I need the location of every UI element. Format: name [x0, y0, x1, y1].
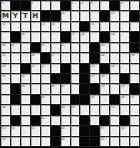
cell-r7c12[interactable]: 34: [110, 64, 119, 73]
cell-r7c14[interactable]: [130, 64, 139, 73]
cell-r8c13: [120, 74, 129, 83]
clue-number: 21: [11, 43, 14, 47]
cell-r9c10: [90, 84, 99, 93]
cell-r2c8[interactable]: [71, 11, 80, 20]
cell-r5c3[interactable]: [21, 43, 30, 52]
cell-r1c7: [61, 1, 70, 10]
cell-r1c3: [21, 1, 30, 10]
cell-r7c7: [61, 64, 70, 73]
cell-r12c3[interactable]: [21, 116, 30, 125]
cell-r2c11: [100, 11, 109, 20]
cell-r1c4[interactable]: 2: [31, 1, 40, 10]
cell-letter: H: [31, 13, 40, 21]
cell-r5c14: [130, 43, 139, 52]
cell-r9c2: [11, 84, 20, 93]
cell-r11c9[interactable]: [80, 105, 89, 114]
clue-number: 40: [51, 84, 54, 88]
cell-r1c11[interactable]: [100, 1, 109, 10]
clue-number: 4: [81, 1, 83, 5]
cell-r10c11[interactable]: [100, 95, 109, 104]
cell-r9c4[interactable]: [31, 84, 40, 93]
cell-r3c10[interactable]: 15: [90, 22, 99, 31]
clue-number: 58: [121, 126, 124, 130]
clue-number: 24: [101, 43, 104, 47]
cell-r10c5[interactable]: 44: [41, 95, 50, 104]
cell-r14c5[interactable]: [41, 137, 50, 146]
cell-r8c3[interactable]: 36: [21, 74, 30, 83]
cell-r12c13: [120, 116, 129, 125]
cell-r4c13[interactable]: [120, 32, 129, 41]
cell-r6c4[interactable]: 26: [31, 53, 40, 62]
cell-r4c2: [11, 32, 20, 41]
cell-r1c13[interactable]: 6: [120, 1, 129, 10]
clue-number: 22: [41, 43, 44, 47]
cell-r5c6[interactable]: [51, 43, 60, 52]
cell-r3c6[interactable]: 14: [51, 22, 60, 31]
clue-number: 19: [111, 32, 114, 36]
cell-r1c14[interactable]: [130, 1, 139, 10]
cell-r6c8[interactable]: [71, 53, 80, 62]
cell-r2c3[interactable]: 9T: [21, 11, 30, 20]
cell-r1c12: [110, 1, 119, 10]
cell-r5c1[interactable]: 20: [1, 43, 10, 52]
cell-r12c12[interactable]: [110, 116, 119, 125]
cell-r5c4: [31, 43, 40, 52]
clue-number: 44: [41, 95, 44, 99]
cell-r11c14[interactable]: [130, 105, 139, 114]
cell-r4c14: [130, 32, 139, 41]
cell-r11c1[interactable]: 48: [1, 105, 10, 114]
cell-r7c4[interactable]: 31: [31, 64, 40, 73]
cell-r5c10: [90, 43, 99, 52]
clue-number: 52: [41, 116, 44, 120]
cell-r3c4[interactable]: [31, 22, 40, 31]
cell-r8c9: [80, 74, 89, 83]
cell-r5c11[interactable]: 24: [100, 43, 109, 52]
clue-number: 28: [101, 53, 104, 57]
cell-r2c4[interactable]: H: [31, 11, 40, 20]
cell-r12c9: [80, 116, 89, 125]
cell-r7c2[interactable]: [11, 64, 20, 73]
clue-number: 46: [121, 95, 124, 99]
cell-r11c4[interactable]: [31, 105, 40, 114]
clue-number: 15: [91, 22, 94, 26]
cell-r12c6[interactable]: [51, 116, 60, 125]
cell-r14c11[interactable]: 61: [100, 137, 109, 146]
cell-r4c10[interactable]: [90, 32, 99, 41]
cell-r14c12[interactable]: [110, 137, 119, 146]
cell-r9c12[interactable]: [110, 84, 119, 93]
cell-r10c13[interactable]: 46: [120, 95, 129, 104]
cell-r10c8: [71, 95, 80, 104]
cell-r2c6: [51, 11, 60, 20]
clue-number: 1: [2, 1, 4, 5]
cell-r9c1[interactable]: [1, 84, 10, 93]
cell-r1c8[interactable]: 3: [71, 1, 80, 10]
cell-r2c5: [41, 11, 50, 20]
cell-r14c7[interactable]: 60: [61, 137, 70, 146]
cell-r10c4: [31, 95, 40, 104]
cell-r10c12: [110, 95, 119, 104]
cell-r4c12[interactable]: 19: [110, 32, 119, 41]
cell-r5c8[interactable]: [71, 43, 80, 52]
cell-r14c10: [90, 137, 99, 146]
cell-r4c5[interactable]: [41, 32, 50, 41]
clue-number: 20: [2, 43, 5, 47]
cell-r10c7[interactable]: [61, 95, 70, 104]
cell-r4c6[interactable]: [51, 32, 60, 41]
cell-r7c11: [100, 64, 109, 73]
cell-r6c6[interactable]: 27: [51, 53, 60, 62]
cell-r3c14[interactable]: [130, 22, 139, 31]
clue-number: 27: [51, 53, 54, 57]
cell-r14c8[interactable]: [71, 137, 80, 146]
cell-r8c10[interactable]: 37: [90, 74, 99, 83]
cell-r13c10: [90, 126, 99, 135]
cell-r2c2[interactable]: 8Y: [11, 11, 20, 20]
cell-r1c5[interactable]: [41, 1, 50, 10]
cell-r9c8[interactable]: [71, 84, 80, 93]
cell-r12c2: [11, 116, 20, 125]
cell-r6c1[interactable]: 25: [1, 53, 10, 62]
cell-r13c9: [80, 126, 89, 135]
cell-r2c7[interactable]: 10: [61, 11, 70, 20]
cell-r11c2[interactable]: [11, 105, 20, 114]
cell-r1c10[interactable]: 5: [90, 1, 99, 10]
cell-r11c5[interactable]: [41, 105, 50, 114]
cell-r7c10[interactable]: 33: [90, 64, 99, 73]
clue-number: 23: [61, 43, 64, 47]
cell-r4c4[interactable]: [31, 32, 40, 41]
cell-r13c5[interactable]: [41, 126, 50, 135]
cell-r13c11[interactable]: 57: [100, 126, 109, 135]
cell-r2c13[interactable]: [120, 11, 129, 20]
clue-number: 11: [111, 11, 114, 15]
clue-number: 5: [91, 1, 93, 5]
cell-r10c6[interactable]: [51, 95, 60, 104]
clue-number: 10: [61, 11, 64, 15]
clue-number: 61: [101, 137, 104, 141]
clue-number: 29: [131, 53, 134, 57]
cell-r12c10[interactable]: [90, 116, 99, 125]
clue-number: 53: [2, 126, 5, 130]
cell-r8c14[interactable]: [130, 74, 139, 83]
cell-r10c14[interactable]: 47: [130, 95, 139, 104]
cell-r9c7[interactable]: 41: [61, 84, 70, 93]
cell-r2c1[interactable]: 7M: [1, 11, 10, 20]
cell-r8c11[interactable]: 38: [100, 74, 109, 83]
cell-r10c3[interactable]: [21, 95, 30, 104]
cell-r6c2[interactable]: [11, 53, 20, 62]
cell-r3c7[interactable]: [61, 22, 70, 31]
cell-r10c2: [11, 95, 20, 104]
clue-number: 33: [91, 64, 94, 68]
cell-r4c3[interactable]: 16: [21, 32, 30, 41]
cell-r14c4[interactable]: [31, 137, 40, 146]
clue-number: 41: [61, 84, 64, 88]
cell-r5c7[interactable]: 23: [61, 43, 70, 52]
clue-number: 42: [101, 84, 104, 88]
cell-r7c1[interactable]: 30: [1, 64, 10, 73]
cell-r13c1[interactable]: 53: [1, 126, 10, 135]
cell-r3c3[interactable]: [21, 22, 30, 31]
clue-number: 35: [2, 74, 5, 78]
clue-number: 25: [2, 53, 5, 57]
cell-r6c12[interactable]: [110, 53, 119, 62]
clue-number: 26: [31, 53, 34, 57]
cell-r8c7: [61, 74, 70, 83]
cell-r3c2[interactable]: [11, 22, 20, 31]
clue-number: 32: [41, 64, 44, 68]
cell-r13c2[interactable]: 54: [11, 126, 20, 135]
cell-r3c1[interactable]: 12: [1, 22, 10, 31]
cell-r14c3[interactable]: [21, 137, 30, 146]
cell-r6c3[interactable]: [21, 53, 30, 62]
clue-number: 48: [2, 105, 5, 109]
cell-r3c9: [80, 22, 89, 31]
clue-number: 17: [71, 32, 74, 36]
cell-r7c9: [80, 64, 89, 73]
cell-r13c13[interactable]: 58: [120, 126, 129, 135]
cell-r8c2[interactable]: [11, 74, 20, 83]
clue-number: 36: [21, 74, 24, 78]
clue-number: 18: [81, 32, 84, 36]
cell-r3c8[interactable]: [71, 22, 80, 31]
cell-r5c12[interactable]: [110, 43, 119, 52]
clue-number: 47: [131, 95, 134, 99]
cell-r5c13[interactable]: [120, 43, 129, 52]
cell-r7c6[interactable]: [51, 64, 60, 73]
cell-r13c8[interactable]: [71, 126, 80, 135]
cell-r9c14: [130, 84, 139, 93]
cell-r9c6[interactable]: 40: [51, 84, 60, 93]
cell-r11c10[interactable]: [90, 105, 99, 114]
cell-r9c5[interactable]: [41, 84, 50, 93]
clue-number: 30: [2, 64, 5, 68]
cell-r14c13[interactable]: [120, 137, 129, 146]
cell-r8c1[interactable]: 35: [1, 74, 10, 83]
cell-r8c5[interactable]: [41, 74, 50, 83]
cell-r7c5[interactable]: 32: [41, 64, 50, 73]
cell-r12c14[interactable]: [130, 116, 139, 125]
cell-r12c8[interactable]: [71, 116, 80, 125]
cell-r13c3[interactable]: [21, 126, 30, 135]
cell-letter: M: [1, 13, 10, 21]
clue-number: 34: [111, 64, 114, 68]
cell-r12c1[interactable]: [1, 116, 10, 125]
cell-r14c1[interactable]: 59: [1, 137, 10, 146]
cell-r1c2: [11, 1, 20, 10]
clue-number: 13: [41, 22, 44, 26]
cell-r8c12[interactable]: [110, 74, 119, 83]
cell-r6c9[interactable]: [80, 53, 89, 62]
clue-number: 45: [91, 95, 94, 99]
cell-r11c3[interactable]: [21, 105, 30, 114]
cell-r12c4: [31, 116, 40, 125]
cell-letter: T: [21, 13, 30, 21]
cell-r1c1[interactable]: 1: [1, 1, 10, 10]
cell-r9c3[interactable]: 39: [21, 84, 30, 93]
cell-r7c13[interactable]: [120, 64, 129, 73]
cell-r6c13[interactable]: [120, 53, 129, 62]
clue-number: 14: [51, 22, 54, 26]
cell-r6c14[interactable]: 29: [130, 53, 139, 62]
cell-r9c9: [80, 84, 89, 93]
cell-r4c7: [61, 32, 70, 41]
clue-number: 54: [11, 126, 14, 130]
clue-number: 12: [2, 22, 5, 26]
cell-r5c2[interactable]: 21: [11, 43, 20, 52]
clue-number: 6: [121, 1, 123, 5]
clue-number: 39: [21, 84, 24, 88]
crossword-screen: 1234567M8Y9TH101112131415161718192021222…: [0, 0, 140, 148]
cell-r6c10: [90, 53, 99, 62]
cell-r14c14[interactable]: [130, 137, 139, 146]
cell-r6c11[interactable]: 28: [100, 53, 109, 62]
cell-r4c9[interactable]: 18: [80, 32, 89, 41]
cell-r11c7[interactable]: 49: [61, 105, 70, 114]
cell-r11c13[interactable]: [120, 105, 129, 114]
cell-r13c4[interactable]: 55: [31, 126, 40, 135]
clue-number: 55: [31, 126, 34, 130]
cell-r4c1[interactable]: [1, 32, 10, 41]
clue-number: 60: [61, 137, 64, 141]
cell-r10c10[interactable]: 45: [90, 95, 99, 104]
cell-r10c9: [80, 95, 89, 104]
cell-r13c6: [51, 126, 60, 135]
cell-r5c9[interactable]: [80, 43, 89, 52]
cell-r14c2[interactable]: [11, 137, 20, 146]
cell-r12c7[interactable]: [61, 116, 70, 125]
clue-number: 43: [121, 84, 124, 88]
cell-r3c11[interactable]: [100, 22, 109, 31]
clue-number: 37: [91, 74, 94, 78]
cell-r2c10[interactable]: [90, 11, 99, 20]
clue-number: 49: [61, 105, 64, 109]
cell-r5c5[interactable]: 22: [41, 43, 50, 52]
clue-number: 59: [2, 137, 5, 141]
cell-r11c11[interactable]: [100, 105, 109, 114]
cell-r12c11: [100, 116, 109, 125]
cell-r3c5[interactable]: 13: [41, 22, 50, 31]
cell-r4c11: [100, 32, 109, 41]
cell-r8c6: [51, 74, 60, 83]
clue-number: 50: [71, 105, 74, 109]
cell-r13c12[interactable]: [110, 126, 119, 135]
cell-r6c7[interactable]: [61, 53, 70, 62]
cell-r8c8[interactable]: [71, 74, 80, 83]
cell-r2c9[interactable]: [80, 11, 89, 20]
cell-r11c12[interactable]: 51: [110, 105, 119, 114]
clue-number: 16: [21, 32, 24, 36]
clue-number: 51: [111, 105, 114, 109]
cell-r14c9: [80, 137, 89, 146]
cell-r11c6: [51, 105, 60, 114]
cell-r1c6[interactable]: [51, 1, 60, 10]
cell-r14c6: [51, 137, 60, 146]
cell-r9c11[interactable]: 42: [100, 84, 109, 93]
clue-number: 56: [61, 126, 64, 130]
cell-r8c4[interactable]: [31, 74, 40, 83]
cell-r1c9[interactable]: 4: [80, 1, 89, 10]
cell-r11c8[interactable]: 50: [71, 105, 80, 114]
cell-r9c13[interactable]: 43: [120, 84, 129, 93]
cell-r7c3: [21, 64, 30, 73]
clue-number: 57: [101, 126, 104, 130]
clue-number: 31: [31, 64, 34, 68]
cell-r3c13[interactable]: [120, 22, 129, 31]
cell-r3c12[interactable]: [110, 22, 119, 31]
cell-r13c7[interactable]: 56: [61, 126, 70, 135]
clue-number: 2: [31, 1, 33, 5]
cell-letter: Y: [11, 13, 20, 21]
cell-r12c5[interactable]: 52: [41, 116, 50, 125]
cell-r13c14[interactable]: [130, 126, 139, 135]
cell-r6c5: [41, 53, 50, 62]
cell-r2c14: [130, 11, 139, 20]
crossword-board: 1234567M8Y9TH101112131415161718192021222…: [0, 0, 140, 147]
clue-number: 3: [71, 1, 73, 5]
cell-r4c8[interactable]: 17: [71, 32, 80, 41]
cell-r10c1[interactable]: [1, 95, 10, 104]
clue-number: 38: [101, 74, 104, 78]
cell-r7c8[interactable]: [71, 64, 80, 73]
cell-r2c12[interactable]: 11: [110, 11, 119, 20]
